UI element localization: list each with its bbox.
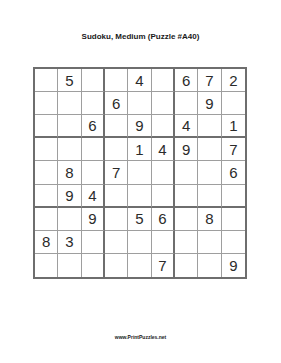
cell-r3c5[interactable]: 9: [128, 115, 151, 138]
cell-r5c4[interactable]: 7: [105, 161, 128, 184]
cell-r6c9[interactable]: [222, 185, 245, 208]
cell-r8c8[interactable]: [198, 231, 221, 254]
puzzle-page: Sudoku, Medium (Puzzle #A40) 54672696941…: [0, 0, 281, 363]
cell-r7c8[interactable]: 8: [198, 208, 221, 231]
cell-r9c9[interactable]: 9: [222, 254, 245, 277]
cell-r4c7[interactable]: 9: [175, 138, 198, 161]
cell-r3c3[interactable]: 6: [82, 115, 105, 138]
cell-r8c3[interactable]: [82, 231, 105, 254]
cell-r7c4[interactable]: [105, 208, 128, 231]
cell-r2c5[interactable]: [128, 92, 151, 115]
footer-url: www.PrintPuzzles.net: [0, 334, 281, 340]
cell-r2c2[interactable]: [58, 92, 81, 115]
cell-r3c1[interactable]: [35, 115, 58, 138]
cell-r1c6[interactable]: [152, 69, 175, 92]
cell-r1c5[interactable]: 4: [128, 69, 151, 92]
cell-r4c8[interactable]: [198, 138, 221, 161]
cell-r3c7[interactable]: 4: [175, 115, 198, 138]
cell-r3c2[interactable]: [58, 115, 81, 138]
cell-r1c9[interactable]: 2: [222, 69, 245, 92]
cell-r4c3[interactable]: [82, 138, 105, 161]
cell-r5c7[interactable]: [175, 161, 198, 184]
cell-r4c2[interactable]: [58, 138, 81, 161]
cell-r9c2[interactable]: [58, 254, 81, 277]
cell-r4c1[interactable]: [35, 138, 58, 161]
cell-r7c7[interactable]: [175, 208, 198, 231]
cell-r1c3[interactable]: [82, 69, 105, 92]
cell-r1c2[interactable]: 5: [58, 69, 81, 92]
cell-r1c7[interactable]: 6: [175, 69, 198, 92]
cell-r9c1[interactable]: [35, 254, 58, 277]
cell-r5c9[interactable]: 6: [222, 161, 245, 184]
sudoku-grid: 5467269694114978769495688379: [33, 67, 247, 279]
cell-r9c3[interactable]: [82, 254, 105, 277]
cell-r7c5[interactable]: 5: [128, 208, 151, 231]
cell-r4c9[interactable]: 7: [222, 138, 245, 161]
cell-r8c5[interactable]: [128, 231, 151, 254]
cell-r5c2[interactable]: 8: [58, 161, 81, 184]
cell-r3c8[interactable]: [198, 115, 221, 138]
cell-r8c6[interactable]: [152, 231, 175, 254]
cell-r3c9[interactable]: 1: [222, 115, 245, 138]
cell-r9c8[interactable]: [198, 254, 221, 277]
cell-r2c1[interactable]: [35, 92, 58, 115]
cell-r4c4[interactable]: [105, 138, 128, 161]
cell-r6c8[interactable]: [198, 185, 221, 208]
cell-r5c1[interactable]: [35, 161, 58, 184]
cell-r1c1[interactable]: [35, 69, 58, 92]
cell-r3c6[interactable]: [152, 115, 175, 138]
cell-r6c6[interactable]: [152, 185, 175, 208]
cell-r7c1[interactable]: [35, 208, 58, 231]
cell-r8c7[interactable]: [175, 231, 198, 254]
cell-r6c4[interactable]: [105, 185, 128, 208]
cell-r4c6[interactable]: 4: [152, 138, 175, 161]
cell-r5c6[interactable]: [152, 161, 175, 184]
cell-r8c2[interactable]: 3: [58, 231, 81, 254]
cell-r2c6[interactable]: [152, 92, 175, 115]
cell-r9c4[interactable]: [105, 254, 128, 277]
cell-r6c7[interactable]: [175, 185, 198, 208]
cell-r7c6[interactable]: 6: [152, 208, 175, 231]
cell-r9c5[interactable]: [128, 254, 151, 277]
cell-r8c4[interactable]: [105, 231, 128, 254]
puzzle-title: Sudoku, Medium (Puzzle #A40): [0, 32, 281, 41]
cell-r2c8[interactable]: 9: [198, 92, 221, 115]
cell-r1c4[interactable]: [105, 69, 128, 92]
cell-r5c5[interactable]: [128, 161, 151, 184]
cell-r7c9[interactable]: [222, 208, 245, 231]
cell-r7c2[interactable]: [58, 208, 81, 231]
cell-r8c9[interactable]: [222, 231, 245, 254]
cell-r9c6[interactable]: 7: [152, 254, 175, 277]
cell-r7c3[interactable]: 9: [82, 208, 105, 231]
cell-r4c5[interactable]: 1: [128, 138, 151, 161]
cell-r1c8[interactable]: 7: [198, 69, 221, 92]
cell-r2c7[interactable]: [175, 92, 198, 115]
cell-r9c7[interactable]: [175, 254, 198, 277]
cell-r6c3[interactable]: 4: [82, 185, 105, 208]
cell-r6c1[interactable]: [35, 185, 58, 208]
cell-r2c4[interactable]: 6: [105, 92, 128, 115]
cell-r2c3[interactable]: [82, 92, 105, 115]
cell-r8c1[interactable]: 8: [35, 231, 58, 254]
cell-r3c4[interactable]: [105, 115, 128, 138]
cell-r5c8[interactable]: [198, 161, 221, 184]
cell-r2c9[interactable]: [222, 92, 245, 115]
cell-r5c3[interactable]: [82, 161, 105, 184]
cell-r6c5[interactable]: [128, 185, 151, 208]
cell-r6c2[interactable]: 9: [58, 185, 81, 208]
